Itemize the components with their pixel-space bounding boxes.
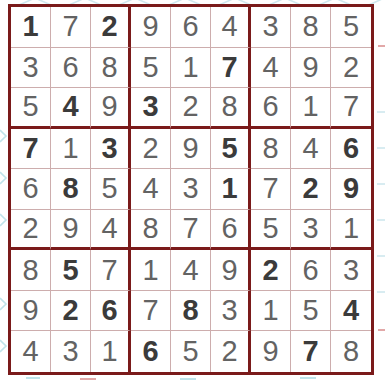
given-digit: 3 — [101, 134, 117, 163]
solved-digit: 1 — [62, 134, 78, 163]
sudoku-cell-r6c8[interactable]: 3 — [291, 210, 331, 251]
sudoku-cell-r7c3[interactable]: 7 — [91, 250, 131, 291]
sudoku-cell-r6c7[interactable]: 5 — [251, 210, 291, 251]
sudoku-cell-r9c2[interactable]: 3 — [51, 331, 91, 372]
sudoku-cell-r4c5[interactable]: 9 — [171, 129, 211, 170]
solved-digit: 9 — [262, 337, 278, 366]
given-digit: 6 — [343, 134, 359, 163]
given-digit: 7 — [22, 134, 38, 163]
sudoku-cell-r5c2[interactable]: 8 — [51, 169, 91, 210]
solved-digit: 4 — [262, 53, 278, 82]
sudoku-cell-r7c1[interactable]: 8 — [11, 250, 51, 291]
dashes-bottom — [26, 378, 316, 379]
sudoku-cell-r9c1[interactable]: 4 — [11, 331, 51, 372]
solved-digit: 5 — [22, 92, 38, 121]
solved-digit: 7 — [62, 12, 78, 41]
sudoku-cell-r6c2[interactable]: 9 — [51, 210, 91, 251]
sudoku-cell-r6c6[interactable]: 6 — [211, 210, 251, 251]
sudoku-cell-r8c7[interactable]: 1 — [251, 291, 291, 332]
solved-digit: 9 — [22, 296, 38, 325]
solved-digit: 3 — [262, 12, 278, 41]
given-digit: 1 — [221, 174, 237, 203]
solved-digit: 1 — [142, 256, 158, 285]
solved-digit: 7 — [142, 296, 158, 325]
sudoku-cell-r6c1[interactable]: 2 — [11, 210, 51, 251]
solved-digit: 9 — [221, 256, 237, 285]
given-digit: 5 — [221, 134, 237, 163]
solved-digit: 8 — [221, 92, 237, 121]
sudoku-cell-r1c8[interactable]: 8 — [291, 7, 331, 48]
dashes-right-blue — [377, 112, 385, 292]
sudoku-cell-r8c5[interactable]: 8 — [171, 291, 211, 332]
solved-digit: 7 — [262, 174, 278, 203]
solved-digit: 6 — [302, 256, 318, 285]
sudoku-cell-r2c4[interactable]: 5 — [131, 48, 171, 89]
sudoku-cell-r8c4[interactable]: 7 — [131, 291, 171, 332]
solved-digit: 1 — [302, 92, 318, 121]
given-digit: 6 — [101, 296, 117, 325]
given-digit: 5 — [62, 256, 78, 285]
sudoku-cell-r1c7[interactable]: 3 — [251, 7, 291, 48]
sudoku-cell-r5c6[interactable]: 1 — [211, 169, 251, 210]
solved-digit: 3 — [62, 337, 78, 366]
solved-digit: 3 — [343, 256, 359, 285]
solved-digit: 1 — [343, 214, 359, 243]
given-digit: 4 — [343, 296, 359, 325]
sudoku-cell-r1c3[interactable]: 2 — [91, 7, 131, 48]
sudoku-cell-r8c9[interactable]: 4 — [331, 291, 371, 332]
solved-digit: 4 — [142, 174, 158, 203]
sudoku-cell-r1c1[interactable]: 1 — [11, 7, 51, 48]
sudoku-cell-r3c2[interactable]: 4 — [51, 88, 91, 129]
solved-digit: 4 — [221, 12, 237, 41]
sudoku-cell-r7c8[interactable]: 6 — [291, 250, 331, 291]
sudoku-cell-r2c9[interactable]: 2 — [331, 48, 371, 89]
sudoku-cell-r7c9[interactable]: 3 — [331, 250, 371, 291]
solved-digit: 6 — [262, 92, 278, 121]
solved-digit: 5 — [182, 337, 198, 366]
solved-digit: 8 — [22, 256, 38, 285]
sudoku-cell-r5c5[interactable]: 3 — [171, 169, 211, 210]
sudoku-cell-r2c2[interactable]: 6 — [51, 48, 91, 89]
sudoku-cell-r5c3[interactable]: 5 — [91, 169, 131, 210]
sudoku-cell-r7c7[interactable]: 2 — [251, 250, 291, 291]
solved-digit: 3 — [182, 174, 198, 203]
sudoku-cell-r1c4[interactable]: 9 — [131, 7, 171, 48]
solved-digit: 4 — [22, 337, 38, 366]
given-digit: 6 — [142, 337, 158, 366]
sudoku-cell-r5c4[interactable]: 4 — [131, 169, 171, 210]
solved-digit: 3 — [22, 53, 38, 82]
solved-digit: 4 — [101, 214, 117, 243]
sudoku-cell-r5c8[interactable]: 2 — [291, 169, 331, 210]
dashes-right-red — [378, 46, 385, 330]
given-digit: 2 — [262, 256, 278, 285]
solved-digit: 9 — [101, 92, 117, 121]
solved-digit: 5 — [262, 214, 278, 243]
sudoku-cell-r7c6[interactable]: 9 — [211, 250, 251, 291]
solved-digit: 9 — [302, 53, 318, 82]
given-digit: 8 — [62, 174, 78, 203]
sudoku-cell-r8c1[interactable]: 9 — [11, 291, 51, 332]
given-digit: 3 — [142, 92, 158, 121]
sudoku-cell-r1c5[interactable]: 6 — [171, 7, 211, 48]
sudoku-cell-r3c8[interactable]: 1 — [291, 88, 331, 129]
solved-digit: 6 — [221, 214, 237, 243]
solved-digit: 5 — [343, 12, 359, 41]
sudoku-cell-r3c7[interactable]: 6 — [251, 88, 291, 129]
given-digit: 7 — [221, 53, 237, 82]
sudoku-cell-r3c3[interactable]: 9 — [91, 88, 131, 129]
sudoku-cell-r3c1[interactable]: 5 — [11, 88, 51, 129]
sudoku-cell-r9c5[interactable]: 5 — [171, 331, 211, 372]
sudoku-cell-r4c1[interactable]: 7 — [11, 129, 51, 170]
sudoku-cell-r1c9[interactable]: 5 — [331, 7, 371, 48]
sudoku-cell-r8c8[interactable]: 5 — [291, 291, 331, 332]
sudoku-cell-r2c7[interactable]: 4 — [251, 48, 291, 89]
sudoku-cell-r3c6[interactable]: 8 — [211, 88, 251, 129]
solved-digit: 6 — [62, 53, 78, 82]
solved-digit: 2 — [343, 53, 359, 82]
sudoku-cell-r6c3[interactable]: 4 — [91, 210, 131, 251]
sudoku-cell-r4c3[interactable]: 3 — [91, 129, 131, 170]
sudoku-cell-r1c6[interactable]: 4 — [211, 7, 251, 48]
sudoku-cell-r9c9[interactable]: 8 — [331, 331, 371, 372]
solved-digit: 9 — [62, 214, 78, 243]
sudoku-cell-r2c3[interactable]: 8 — [91, 48, 131, 89]
given-digit: 4 — [62, 92, 78, 121]
sudoku-cell-r2c1[interactable]: 3 — [11, 48, 51, 89]
sudoku-cell-r6c4[interactable]: 8 — [131, 210, 171, 251]
sudoku-cell-r9c3[interactable]: 1 — [91, 331, 131, 372]
given-digit: 8 — [182, 296, 198, 325]
sudoku-cell-r2c5[interactable]: 1 — [171, 48, 211, 89]
solved-digit: 9 — [142, 12, 158, 41]
solved-digit: 8 — [101, 53, 117, 82]
sudoku-cell-r6c5[interactable]: 7 — [171, 210, 211, 251]
sudoku-cell-r9c8[interactable]: 7 — [291, 331, 331, 372]
sudoku-cell-r2c8[interactable]: 9 — [291, 48, 331, 89]
sudoku-cell-r4c6[interactable]: 5 — [211, 129, 251, 170]
solved-digit: 7 — [182, 214, 198, 243]
sudoku-cell-r3c5[interactable]: 2 — [171, 88, 211, 129]
sudoku-cell-r7c2[interactable]: 5 — [51, 250, 91, 291]
sudoku-cell-r9c7[interactable]: 9 — [251, 331, 291, 372]
sudoku-cell-r4c4[interactable]: 2 — [131, 129, 171, 170]
solved-digit: 8 — [262, 134, 278, 163]
sudoku-cell-r4c7[interactable]: 8 — [251, 129, 291, 170]
sudoku-cell-r7c5[interactable]: 4 — [171, 250, 211, 291]
solved-digit: 2 — [142, 134, 158, 163]
sudoku-cell-r9c6[interactable]: 2 — [211, 331, 251, 372]
given-digit: 7 — [302, 337, 318, 366]
given-digit: 2 — [101, 12, 117, 41]
sudoku-cell-r8c6[interactable]: 3 — [211, 291, 251, 332]
chevrons-left — [0, 130, 6, 352]
sudoku-cell-r5c9[interactable]: 9 — [331, 169, 371, 210]
sudoku-cell-r8c2[interactable]: 2 — [51, 291, 91, 332]
sudoku-cell-r5c7[interactable]: 7 — [251, 169, 291, 210]
solved-digit: 2 — [22, 214, 38, 243]
sudoku-cell-r2c6[interactable]: 7 — [211, 48, 251, 89]
solved-digit: 1 — [101, 337, 117, 366]
sudoku-board: 1729643853685174925493286177132958466854… — [8, 4, 374, 375]
sudoku-cell-r3c9[interactable]: 7 — [331, 88, 371, 129]
solved-digit: 7 — [101, 256, 117, 285]
solved-digit: 3 — [302, 214, 318, 243]
solved-digit: 6 — [182, 12, 198, 41]
given-digit: 2 — [302, 174, 318, 203]
solved-digit: 9 — [182, 134, 198, 163]
sudoku-cell-r3c4[interactable]: 3 — [131, 88, 171, 129]
sudoku-cell-r4c9[interactable]: 6 — [331, 129, 371, 170]
given-digit: 9 — [343, 174, 359, 203]
sudoku-cell-r6c9[interactable]: 1 — [331, 210, 371, 251]
sudoku-cell-r1c2[interactable]: 7 — [51, 7, 91, 48]
solved-digit: 4 — [302, 134, 318, 163]
solved-digit: 1 — [262, 296, 278, 325]
sudoku-cell-r7c4[interactable]: 1 — [131, 250, 171, 291]
sudoku-cell-r8c3[interactable]: 6 — [91, 291, 131, 332]
solved-digit: 1 — [182, 53, 198, 82]
sudoku-cell-r4c8[interactable]: 4 — [291, 129, 331, 170]
sudoku-cell-r5c1[interactable]: 6 — [11, 169, 51, 210]
solved-digit: 6 — [22, 174, 38, 203]
given-digit: 2 — [62, 296, 78, 325]
sudoku-cell-r9c4[interactable]: 6 — [131, 331, 171, 372]
solved-digit: 5 — [302, 296, 318, 325]
given-digit: 1 — [22, 12, 38, 41]
solved-digit: 2 — [182, 92, 198, 121]
solved-digit: 4 — [182, 256, 198, 285]
solved-digit: 7 — [343, 92, 359, 121]
solved-digit: 8 — [343, 337, 359, 366]
solved-digit: 3 — [221, 296, 237, 325]
sudoku-cell-r4c2[interactable]: 1 — [51, 129, 91, 170]
solved-digit: 8 — [142, 214, 158, 243]
solved-digit: 5 — [101, 174, 117, 203]
solved-digit: 5 — [142, 53, 158, 82]
solved-digit: 2 — [221, 337, 237, 366]
solved-digit: 8 — [302, 12, 318, 41]
